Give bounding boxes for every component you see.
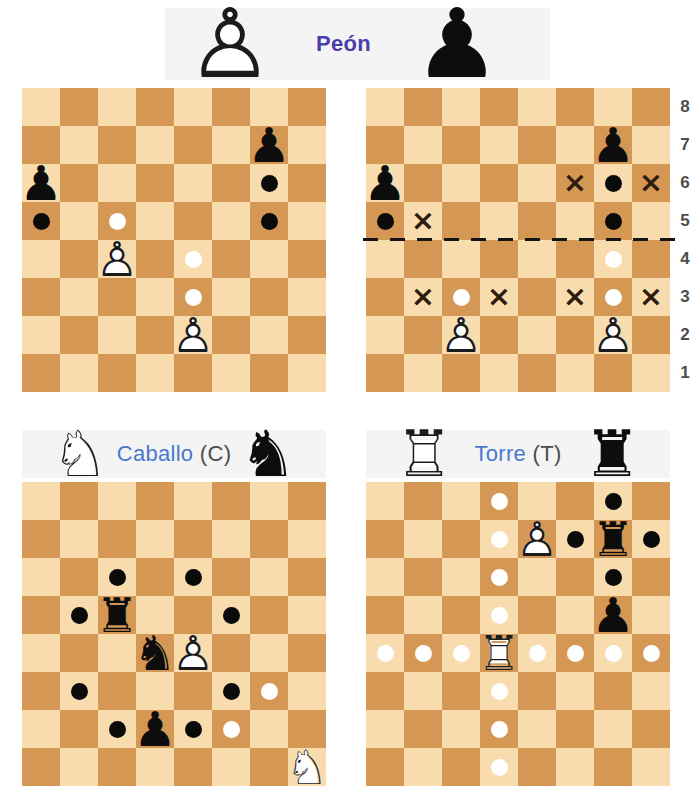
square-e7: ♟♙ bbox=[518, 520, 556, 558]
white-move-dot bbox=[491, 759, 508, 776]
square-a5 bbox=[22, 596, 60, 634]
square-h7 bbox=[632, 126, 670, 164]
square-c6 bbox=[98, 164, 136, 202]
rank-label-3: 3 bbox=[672, 278, 698, 316]
square-b5: × bbox=[404, 202, 442, 240]
square-e7 bbox=[518, 126, 556, 164]
square-h3 bbox=[288, 278, 326, 316]
square-g6 bbox=[594, 164, 632, 202]
white-pawn: ♟♙ bbox=[174, 316, 212, 354]
square-e7 bbox=[174, 126, 212, 164]
square-h1: ♞♘ bbox=[288, 748, 326, 786]
square-h5 bbox=[288, 202, 326, 240]
square-d2 bbox=[480, 316, 518, 354]
white-move-dot bbox=[491, 683, 508, 700]
square-a5 bbox=[366, 202, 404, 240]
square-f5 bbox=[212, 202, 250, 240]
black-move-dot bbox=[261, 175, 278, 192]
square-b1 bbox=[60, 354, 98, 392]
square-a6 bbox=[366, 558, 404, 596]
square-b4 bbox=[60, 240, 98, 278]
square-c6 bbox=[442, 164, 480, 202]
square-e8 bbox=[518, 88, 556, 126]
square-b2 bbox=[404, 710, 442, 748]
square-e1 bbox=[174, 354, 212, 392]
capture-x-mark: × bbox=[563, 168, 587, 197]
square-h1 bbox=[632, 354, 670, 392]
rank-label-4: 4 bbox=[672, 240, 698, 278]
square-b6 bbox=[404, 558, 442, 596]
white-move-dot bbox=[453, 289, 470, 306]
white-pawn: ♟♙ bbox=[195, 9, 265, 79]
square-a3 bbox=[22, 278, 60, 316]
square-b3 bbox=[60, 278, 98, 316]
square-a1 bbox=[22, 748, 60, 786]
white-move-dot bbox=[567, 645, 584, 662]
square-f5 bbox=[556, 596, 594, 634]
square-a3 bbox=[366, 672, 404, 710]
black-pawn: ♟ bbox=[136, 710, 174, 748]
square-f2 bbox=[212, 316, 250, 354]
square-b5 bbox=[60, 596, 98, 634]
square-a8 bbox=[366, 88, 404, 126]
square-e6 bbox=[174, 164, 212, 202]
square-b1 bbox=[404, 354, 442, 392]
square-c5 bbox=[442, 596, 480, 634]
black-pawn: ♟ bbox=[594, 126, 632, 164]
square-f1 bbox=[212, 354, 250, 392]
white-move-dot bbox=[605, 289, 622, 306]
square-e6 bbox=[518, 558, 556, 596]
square-c2: ♟♙ bbox=[442, 316, 480, 354]
square-d6 bbox=[480, 164, 518, 202]
square-g7 bbox=[250, 520, 288, 558]
square-d8 bbox=[136, 482, 174, 520]
capture-x-mark: × bbox=[411, 282, 435, 311]
white-move-dot bbox=[605, 645, 622, 662]
square-d7 bbox=[480, 126, 518, 164]
square-g6 bbox=[250, 164, 288, 202]
capture-x-mark: × bbox=[639, 168, 663, 197]
square-a8 bbox=[366, 482, 404, 520]
square-h5 bbox=[632, 202, 670, 240]
square-a6 bbox=[22, 558, 60, 596]
square-h1 bbox=[288, 354, 326, 392]
black-move-dot bbox=[605, 213, 622, 230]
square-e2 bbox=[518, 316, 556, 354]
square-f6 bbox=[212, 558, 250, 596]
square-h6: × bbox=[632, 164, 670, 202]
square-f2 bbox=[212, 710, 250, 748]
square-c8 bbox=[98, 482, 136, 520]
square-b3 bbox=[404, 672, 442, 710]
caption-knight-title: Caballo (C) bbox=[117, 441, 232, 467]
square-c4 bbox=[442, 634, 480, 672]
square-d5 bbox=[136, 202, 174, 240]
square-e2 bbox=[174, 710, 212, 748]
black-rook: ♜ bbox=[594, 520, 632, 558]
square-d2 bbox=[480, 710, 518, 748]
black-move-dot bbox=[605, 569, 622, 586]
square-e2: ♟♙ bbox=[174, 316, 212, 354]
square-f7 bbox=[212, 126, 250, 164]
square-c2 bbox=[98, 316, 136, 354]
square-f4 bbox=[556, 634, 594, 672]
square-c5: ♜ bbox=[98, 596, 136, 634]
square-g1 bbox=[250, 354, 288, 392]
square-h6 bbox=[632, 558, 670, 596]
capture-x-mark: × bbox=[487, 282, 511, 311]
square-d3 bbox=[136, 278, 174, 316]
square-f7 bbox=[556, 126, 594, 164]
square-a5 bbox=[22, 202, 60, 240]
square-c8 bbox=[98, 88, 136, 126]
white-move-dot bbox=[223, 721, 240, 738]
square-f6: × bbox=[556, 164, 594, 202]
square-g8 bbox=[250, 482, 288, 520]
square-e7 bbox=[174, 520, 212, 558]
square-g2 bbox=[594, 710, 632, 748]
square-e2 bbox=[518, 710, 556, 748]
black-pawn: ♟ bbox=[422, 9, 492, 79]
black-rook: ♜ bbox=[98, 596, 136, 634]
square-f3 bbox=[212, 278, 250, 316]
square-a4 bbox=[22, 634, 60, 672]
square-c7 bbox=[98, 520, 136, 558]
square-e1 bbox=[174, 748, 212, 786]
white-move-dot bbox=[453, 645, 470, 662]
caption-knight: ♞♘ Caballo (C) ♞ bbox=[22, 430, 326, 478]
square-b4 bbox=[404, 240, 442, 278]
square-c3 bbox=[98, 672, 136, 710]
square-h7 bbox=[288, 520, 326, 558]
square-d3 bbox=[480, 672, 518, 710]
square-g5 bbox=[250, 202, 288, 240]
square-e5 bbox=[518, 596, 556, 634]
board-knight-moves: ♜♞♟♙♟♞♘ bbox=[22, 482, 326, 786]
square-a3 bbox=[22, 672, 60, 710]
square-b8 bbox=[404, 88, 442, 126]
square-a1 bbox=[22, 354, 60, 392]
white-pawn: ♟♙ bbox=[98, 240, 136, 278]
white-knight: ♞♘ bbox=[54, 430, 106, 478]
black-move-dot bbox=[377, 213, 394, 230]
square-d2 bbox=[136, 316, 174, 354]
square-e3 bbox=[518, 672, 556, 710]
square-d1 bbox=[480, 748, 518, 786]
board-pawn-captures: ♟♟×××××××♟♙♟♙ bbox=[366, 88, 670, 392]
rank-label-5: 5 bbox=[672, 202, 698, 240]
square-b1 bbox=[60, 748, 98, 786]
square-f1 bbox=[212, 748, 250, 786]
square-f4 bbox=[556, 240, 594, 278]
white-move-dot bbox=[643, 645, 660, 662]
capture-x-mark: × bbox=[639, 282, 663, 311]
square-g5 bbox=[594, 202, 632, 240]
square-b4 bbox=[404, 634, 442, 672]
square-g4 bbox=[250, 634, 288, 672]
square-f8 bbox=[556, 482, 594, 520]
square-f1 bbox=[556, 354, 594, 392]
square-h6 bbox=[288, 164, 326, 202]
white-move-dot bbox=[109, 213, 126, 230]
square-b6 bbox=[60, 558, 98, 596]
square-f6 bbox=[212, 164, 250, 202]
square-f3 bbox=[556, 672, 594, 710]
square-h7 bbox=[288, 126, 326, 164]
white-rook-icon: ♜♖ bbox=[398, 430, 450, 478]
white-move-dot bbox=[491, 569, 508, 586]
white-rook: ♜♖ bbox=[398, 430, 450, 478]
square-a1 bbox=[366, 748, 404, 786]
square-g3 bbox=[594, 672, 632, 710]
white-pawn: ♟♙ bbox=[594, 316, 632, 354]
square-b5 bbox=[404, 596, 442, 634]
white-move-dot bbox=[377, 645, 394, 662]
square-g5 bbox=[250, 596, 288, 634]
square-h6 bbox=[288, 558, 326, 596]
square-b2 bbox=[404, 316, 442, 354]
square-c5 bbox=[442, 202, 480, 240]
square-d1 bbox=[480, 354, 518, 392]
square-g4 bbox=[250, 240, 288, 278]
square-f7 bbox=[212, 520, 250, 558]
square-c1 bbox=[442, 354, 480, 392]
square-c4 bbox=[442, 240, 480, 278]
square-g1 bbox=[250, 748, 288, 786]
square-e4 bbox=[518, 634, 556, 672]
board-pawn-moves: ♟♟♟♙♟♙ bbox=[22, 88, 326, 392]
square-h4 bbox=[288, 240, 326, 278]
white-move-dot bbox=[529, 645, 546, 662]
square-h3 bbox=[288, 672, 326, 710]
square-a3 bbox=[366, 278, 404, 316]
caption-pawn-title: Peón bbox=[316, 31, 371, 57]
square-d6 bbox=[480, 558, 518, 596]
square-h3: × bbox=[632, 278, 670, 316]
square-d8 bbox=[480, 88, 518, 126]
black-move-dot bbox=[223, 683, 240, 700]
square-h8 bbox=[632, 482, 670, 520]
square-g1 bbox=[594, 748, 632, 786]
square-h7 bbox=[632, 520, 670, 558]
square-e4 bbox=[518, 240, 556, 278]
square-d4: ♞ bbox=[136, 634, 174, 672]
square-b7 bbox=[60, 520, 98, 558]
square-h1 bbox=[632, 748, 670, 786]
square-d7 bbox=[136, 126, 174, 164]
square-h8 bbox=[288, 482, 326, 520]
square-g6 bbox=[250, 558, 288, 596]
black-knight: ♞ bbox=[136, 634, 174, 672]
capture-x-mark: × bbox=[563, 282, 587, 311]
black-move-dot bbox=[71, 607, 88, 624]
square-a1 bbox=[366, 354, 404, 392]
square-a2 bbox=[366, 316, 404, 354]
square-b1 bbox=[404, 748, 442, 786]
dashed-divider-line bbox=[363, 238, 681, 241]
square-a8 bbox=[22, 482, 60, 520]
caption-rook-title: Torre (T) bbox=[474, 441, 561, 467]
square-d4 bbox=[480, 240, 518, 278]
square-g1 bbox=[594, 354, 632, 392]
square-c7 bbox=[442, 126, 480, 164]
square-g3 bbox=[250, 278, 288, 316]
white-move-dot bbox=[491, 721, 508, 738]
square-d1 bbox=[136, 354, 174, 392]
square-e6 bbox=[174, 558, 212, 596]
white-move-dot bbox=[185, 251, 202, 268]
square-f7 bbox=[556, 520, 594, 558]
square-b8 bbox=[60, 482, 98, 520]
black-move-dot bbox=[261, 213, 278, 230]
square-f1 bbox=[556, 748, 594, 786]
square-c2 bbox=[98, 710, 136, 748]
caption-rook: ♜♖ Torre (T) ♜ bbox=[366, 430, 670, 478]
white-knight: ♞♘ bbox=[288, 748, 326, 786]
square-b3 bbox=[60, 672, 98, 710]
black-pawn: ♟ bbox=[366, 164, 404, 202]
square-e1 bbox=[518, 748, 556, 786]
square-d6 bbox=[136, 558, 174, 596]
square-g7: ♜ bbox=[594, 520, 632, 558]
square-h4 bbox=[632, 634, 670, 672]
rank-label-7: 7 bbox=[672, 126, 698, 164]
square-a5 bbox=[366, 596, 404, 634]
black-rook-icon: ♜ bbox=[586, 430, 638, 478]
square-h4 bbox=[632, 240, 670, 278]
black-knight-icon: ♞ bbox=[242, 430, 294, 478]
square-h5 bbox=[288, 596, 326, 634]
square-f4 bbox=[212, 240, 250, 278]
white-pawn: ♟♙ bbox=[518, 520, 556, 558]
square-e3 bbox=[174, 672, 212, 710]
square-c4 bbox=[98, 634, 136, 672]
square-f8 bbox=[556, 88, 594, 126]
square-g2 bbox=[250, 316, 288, 354]
square-e3 bbox=[518, 278, 556, 316]
square-d5 bbox=[480, 202, 518, 240]
square-d3: × bbox=[480, 278, 518, 316]
square-h3 bbox=[632, 672, 670, 710]
square-g3 bbox=[250, 672, 288, 710]
square-d4 bbox=[136, 240, 174, 278]
black-knight: ♞ bbox=[242, 430, 294, 478]
square-h8 bbox=[288, 88, 326, 126]
white-rook: ♜♖ bbox=[480, 634, 518, 672]
square-h5 bbox=[632, 596, 670, 634]
square-c8 bbox=[442, 88, 480, 126]
square-f2 bbox=[556, 710, 594, 748]
square-b6 bbox=[60, 164, 98, 202]
black-move-dot bbox=[605, 175, 622, 192]
black-move-dot bbox=[109, 569, 126, 586]
black-rook: ♜ bbox=[586, 430, 638, 478]
square-c1 bbox=[98, 354, 136, 392]
black-pawn-icon: ♟ bbox=[422, 9, 492, 79]
square-d7 bbox=[136, 520, 174, 558]
square-a2 bbox=[22, 316, 60, 354]
black-pawn: ♟ bbox=[250, 126, 288, 164]
white-move-dot bbox=[491, 531, 508, 548]
square-f3 bbox=[212, 672, 250, 710]
square-f8 bbox=[212, 482, 250, 520]
square-f5 bbox=[556, 202, 594, 240]
square-c6 bbox=[442, 558, 480, 596]
square-f2 bbox=[556, 316, 594, 354]
square-g4 bbox=[594, 634, 632, 672]
square-f5 bbox=[212, 596, 250, 634]
square-c3 bbox=[442, 672, 480, 710]
black-move-dot bbox=[567, 531, 584, 548]
white-move-dot bbox=[491, 493, 508, 510]
square-f6 bbox=[556, 558, 594, 596]
square-e8 bbox=[174, 482, 212, 520]
white-move-dot bbox=[605, 251, 622, 268]
square-d8 bbox=[136, 88, 174, 126]
square-a7 bbox=[366, 520, 404, 558]
black-move-dot bbox=[223, 607, 240, 624]
square-e5 bbox=[518, 202, 556, 240]
square-e1 bbox=[518, 354, 556, 392]
square-g4 bbox=[594, 240, 632, 278]
white-pawn: ♟♙ bbox=[174, 634, 212, 672]
square-h4 bbox=[288, 634, 326, 672]
square-a6: ♟ bbox=[366, 164, 404, 202]
square-e6 bbox=[518, 164, 556, 202]
black-move-dot bbox=[71, 683, 88, 700]
square-b7 bbox=[60, 126, 98, 164]
square-d2: ♟ bbox=[136, 710, 174, 748]
square-g7: ♟ bbox=[250, 126, 288, 164]
square-e4 bbox=[174, 240, 212, 278]
square-g2 bbox=[250, 710, 288, 748]
square-h2 bbox=[632, 710, 670, 748]
square-f4 bbox=[212, 634, 250, 672]
square-b8 bbox=[60, 88, 98, 126]
black-move-dot bbox=[109, 721, 126, 738]
white-move-dot bbox=[491, 607, 508, 624]
square-h2 bbox=[288, 316, 326, 354]
square-c7 bbox=[98, 126, 136, 164]
board-rook-moves: ♟♙♜♟♜♖ bbox=[366, 482, 670, 786]
square-b7 bbox=[404, 126, 442, 164]
black-move-dot bbox=[605, 493, 622, 510]
white-pawn-icon: ♟♙ bbox=[195, 9, 265, 79]
square-a6: ♟ bbox=[22, 164, 60, 202]
square-a7 bbox=[22, 520, 60, 558]
square-g5: ♟ bbox=[594, 596, 632, 634]
white-pawn: ♟♙ bbox=[442, 316, 480, 354]
black-pawn: ♟ bbox=[594, 596, 632, 634]
square-b8 bbox=[404, 482, 442, 520]
square-d1 bbox=[136, 748, 174, 786]
square-e5 bbox=[174, 202, 212, 240]
square-b2 bbox=[60, 710, 98, 748]
square-f3: × bbox=[556, 278, 594, 316]
square-c1 bbox=[442, 748, 480, 786]
square-b2 bbox=[60, 316, 98, 354]
square-c3 bbox=[98, 278, 136, 316]
black-pawn: ♟ bbox=[22, 164, 60, 202]
square-f8 bbox=[212, 88, 250, 126]
white-knight-icon: ♞♘ bbox=[54, 430, 106, 478]
square-c1 bbox=[98, 748, 136, 786]
rank-label-6: 6 bbox=[672, 164, 698, 202]
black-move-dot bbox=[33, 213, 50, 230]
square-d7 bbox=[480, 520, 518, 558]
square-a2 bbox=[22, 710, 60, 748]
